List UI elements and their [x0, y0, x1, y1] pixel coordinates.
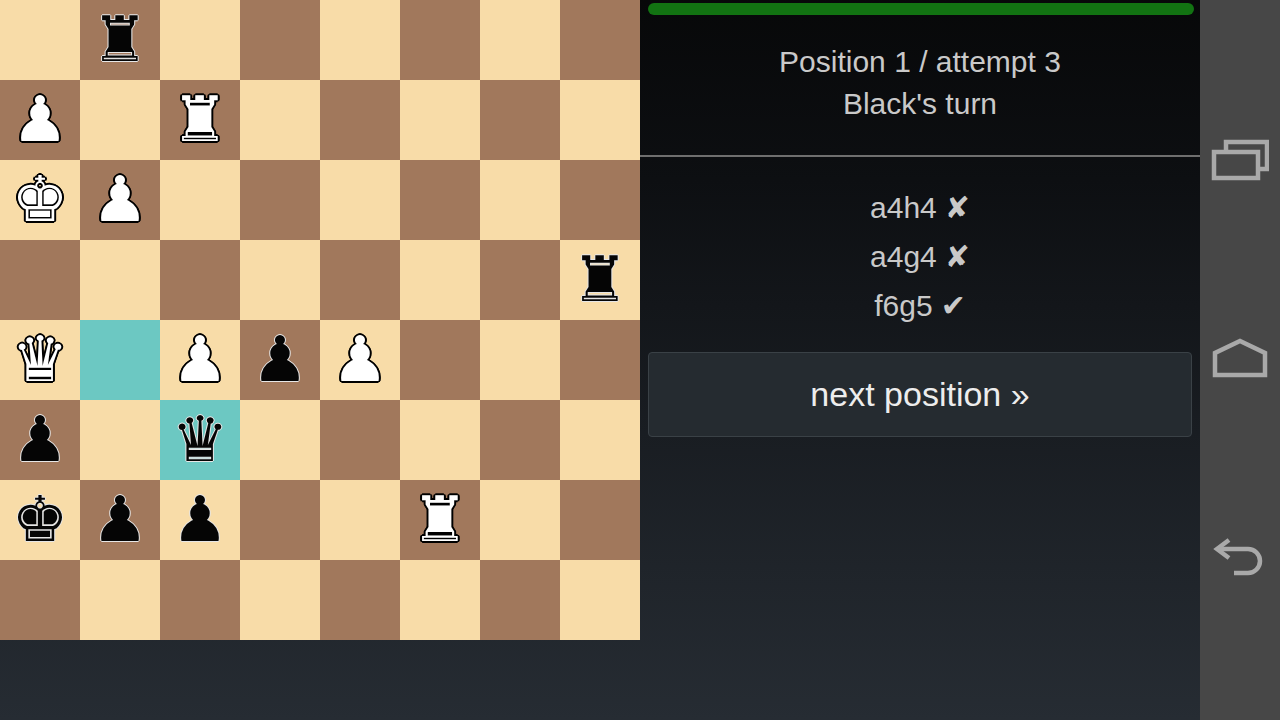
square-h2[interactable]: ♟: [0, 80, 80, 160]
black-pawn: ♟: [12, 400, 68, 480]
square-e5[interactable]: ♟: [240, 320, 320, 400]
black-king: ♚: [12, 480, 68, 560]
move-text: a4h4: [870, 191, 937, 224]
square-e8[interactable]: [240, 560, 320, 640]
square-b2[interactable]: [480, 80, 560, 160]
square-e1[interactable]: [240, 0, 320, 80]
black-pawn: ♟: [172, 480, 228, 560]
square-f2[interactable]: ♜: [160, 80, 240, 160]
square-a6[interactable]: [560, 400, 640, 480]
square-b6[interactable]: [480, 400, 560, 480]
square-c1[interactable]: [400, 0, 480, 80]
square-h5[interactable]: ♛: [0, 320, 80, 400]
square-e6[interactable]: [240, 400, 320, 480]
square-f4[interactable]: [160, 240, 240, 320]
square-e2[interactable]: [240, 80, 320, 160]
white-pawn: ♟: [172, 320, 228, 400]
square-c2[interactable]: [400, 80, 480, 160]
square-h3[interactable]: ♚: [0, 160, 80, 240]
square-f7[interactable]: ♟: [160, 480, 240, 560]
move-attempt-row: f6g5✔: [640, 281, 1200, 330]
square-a1[interactable]: [560, 0, 640, 80]
recent-apps-button[interactable]: [1200, 120, 1280, 200]
square-b8[interactable]: [480, 560, 560, 640]
square-h4[interactable]: [0, 240, 80, 320]
recent-apps-icon: [1211, 138, 1269, 182]
position-attempt-label: Position 1 / attempt 3: [640, 41, 1200, 83]
square-b3[interactable]: [480, 160, 560, 240]
square-f8[interactable]: [160, 560, 240, 640]
back-button[interactable]: [1200, 518, 1280, 598]
white-rook: ♜: [172, 80, 228, 160]
square-d1[interactable]: [320, 0, 400, 80]
progress-bar-fill: [648, 3, 1194, 15]
move-result-check-icon: ✔: [941, 288, 966, 323]
white-queen: ♛: [12, 320, 68, 400]
move-text: a4g4: [870, 240, 937, 273]
square-a4[interactable]: ♜: [560, 240, 640, 320]
divider: [640, 155, 1200, 157]
white-pawn: ♟: [92, 160, 148, 240]
chess-board[interactable]: ♜♟♜♚♟♜♛♟♟♟♟♛♚♟♟♜: [0, 0, 640, 640]
square-h7[interactable]: ♚: [0, 480, 80, 560]
progress-bar: [648, 3, 1194, 15]
square-b1[interactable]: [480, 0, 560, 80]
square-c4[interactable]: [400, 240, 480, 320]
move-text: f6g5: [874, 289, 932, 322]
home-button[interactable]: [1200, 318, 1280, 398]
white-rook: ♜: [412, 480, 468, 560]
square-g8[interactable]: [80, 560, 160, 640]
square-c8[interactable]: [400, 560, 480, 640]
square-a2[interactable]: [560, 80, 640, 160]
black-rook: ♜: [92, 0, 148, 80]
square-c5[interactable]: [400, 320, 480, 400]
white-pawn: ♟: [12, 80, 68, 160]
white-king: ♚: [12, 160, 68, 240]
square-h8[interactable]: [0, 560, 80, 640]
next-position-button[interactable]: next position »: [648, 352, 1192, 437]
square-d5[interactable]: ♟: [320, 320, 400, 400]
square-d3[interactable]: [320, 160, 400, 240]
square-g5[interactable]: [80, 320, 160, 400]
square-d2[interactable]: [320, 80, 400, 160]
square-a5[interactable]: [560, 320, 640, 400]
square-b4[interactable]: [480, 240, 560, 320]
home-icon: [1212, 338, 1268, 378]
square-a8[interactable]: [560, 560, 640, 640]
square-a3[interactable]: [560, 160, 640, 240]
square-a7[interactable]: [560, 480, 640, 560]
black-pawn: ♟: [252, 320, 308, 400]
square-e4[interactable]: [240, 240, 320, 320]
square-f3[interactable]: [160, 160, 240, 240]
square-f6[interactable]: ♛: [160, 400, 240, 480]
black-rook: ♜: [572, 240, 628, 320]
square-g2[interactable]: [80, 80, 160, 160]
square-g7[interactable]: ♟: [80, 480, 160, 560]
move-result-cross-icon: ✘: [945, 239, 970, 274]
square-e7[interactable]: [240, 480, 320, 560]
back-icon: [1212, 537, 1268, 579]
move-attempt-row: a4h4✘: [640, 183, 1200, 232]
square-e3[interactable]: [240, 160, 320, 240]
square-f1[interactable]: [160, 0, 240, 80]
square-d6[interactable]: [320, 400, 400, 480]
black-queen: ♛: [172, 400, 228, 480]
square-c6[interactable]: [400, 400, 480, 480]
square-h6[interactable]: ♟: [0, 400, 80, 480]
info-panel: Position 1 / attempt 3 Black's turn a4h4…: [640, 0, 1200, 720]
black-pawn: ♟: [92, 480, 148, 560]
white-pawn: ♟: [332, 320, 388, 400]
square-g1[interactable]: ♜: [80, 0, 160, 80]
android-navbar: [1200, 0, 1280, 720]
square-h1[interactable]: [0, 0, 80, 80]
square-f5[interactable]: ♟: [160, 320, 240, 400]
square-g4[interactable]: [80, 240, 160, 320]
square-d7[interactable]: [320, 480, 400, 560]
turn-label: Black's turn: [640, 83, 1200, 125]
status-block: Position 1 / attempt 3 Black's turn: [640, 41, 1200, 125]
square-b5[interactable]: [480, 320, 560, 400]
move-attempts-list: a4h4✘ a4g4✘ f6g5✔: [640, 183, 1200, 330]
square-g3[interactable]: ♟: [80, 160, 160, 240]
square-c3[interactable]: [400, 160, 480, 240]
square-c7[interactable]: ♜: [400, 480, 480, 560]
move-result-cross-icon: ✘: [945, 190, 970, 225]
square-d8[interactable]: [320, 560, 400, 640]
square-d4[interactable]: [320, 240, 400, 320]
square-g6[interactable]: [80, 400, 160, 480]
square-b7[interactable]: [480, 480, 560, 560]
move-attempt-row: a4g4✘: [640, 232, 1200, 281]
